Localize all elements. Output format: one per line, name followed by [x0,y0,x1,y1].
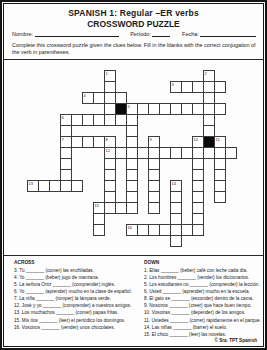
crossword-grid: 12345678910111213141516 [27,70,239,248]
grid-cell[interactable] [214,103,226,115]
cell-number: 5 [128,104,130,109]
across-clue: 4. Yo _______ (beber) jugo de manzana. [14,274,138,281]
down-clue-list: 1. Ellas _______ (beber) café con leche … [144,267,264,337]
down-clue: 10. Vosotras _______ (depender) de los a… [144,309,264,316]
across-clue: 7. La niña _______ (romper) la lámpara v… [14,295,138,302]
across-clue-list: 3. Tú _______ (comer) las enchiladas.4. … [14,267,138,330]
grid-cell[interactable] [214,81,226,93]
cell-number: 4 [84,93,86,98]
cell-number: 12 [106,148,110,153]
grid-cell[interactable] [71,180,83,192]
cell-number: 6 [62,115,64,120]
grid-cell[interactable] [192,224,204,236]
across-clue: 3. Tú _______ (comer) las enchiladas. [14,267,138,274]
cell-number: 14 [172,181,176,186]
down-clue: 2. Los hombres _______ (vender) los dicc… [144,274,264,281]
cell-number: 10 [194,137,198,142]
cell-number: 2 [205,71,207,76]
down-clues-column: DOWN 1. Ellas _______ (beber) café con l… [144,259,264,338]
across-clue: 16. Vosotros _______ (vender) unos choco… [14,324,138,331]
across-header: ACROSS [14,259,138,266]
fecha-blank[interactable] [200,31,256,37]
header-divider [4,59,263,60]
across-clues-column: ACROSS 3. Tú _______ (comer) las enchila… [14,259,138,331]
down-clue: 5. Los estudiantes no _______ (comprende… [144,281,264,288]
periodo-blank[interactable] [152,31,170,37]
grid-cell[interactable] [225,147,237,159]
clues-divider [4,255,263,256]
down-clue: 6. Usted _______ (aprender) mucho en la … [144,288,264,295]
cell-number: 15 [95,203,99,208]
down-clue: 1. Ellas _______ (beber) café con leche … [144,267,264,274]
worksheet-title: SPANISH 1: Regular –ER verbs [4,8,263,18]
student-fields-row: Nombre: Período: Fecha: [12,31,258,37]
across-clue: 15. Mis tíos _______ (leer) el periódico… [14,317,138,324]
grid-cell[interactable] [93,224,105,236]
cell-number: 16 [128,225,132,230]
grid-cell[interactable] [170,235,182,247]
across-clue: 5. La señora Ortiz _______ (comprender) … [14,281,138,288]
cell-number: 9 [150,137,152,142]
cell-number: 1 [106,71,108,76]
nombre-blank[interactable] [35,31,119,37]
cell-number: 7 [62,137,64,142]
grid-cell[interactable] [214,191,226,203]
cell-number: 13 [29,181,33,186]
grid-cell[interactable] [126,202,138,214]
worksheet-subtitle: CROSSWORD PUZZLE [4,19,263,29]
copyright-credit: © Sra. TPT Spanish [215,338,257,343]
across-clue: 12. José y yo _______ (comprender) a nue… [14,302,138,309]
down-clue: 9. Nosotros _______ (creer) que hace bue… [144,302,264,309]
cell-number: 3 [172,82,174,87]
periodo-label: Período: [130,31,151,37]
down-clue: 14. Las niñas _______ (barrer) el suelo. [144,324,264,331]
page-inner-border: SPANISH 1: Regular –ER verbs CROSSWORD P… [3,3,264,347]
down-clue: 15. El chico _______ (leer) las novelas. [144,331,264,338]
instructions-text: Complete this crossword puzzle given the… [12,42,260,57]
cell-number: 11 [216,137,220,142]
down-header: DOWN [144,259,264,266]
across-clue: 13. Los muchachos _______ (comer) papas … [14,309,138,316]
across-clue: 6. Yo _______ (aprender) mucho en la cla… [14,288,138,295]
fecha-label: Fecha: [182,31,199,37]
down-clue: 8. El gato se _______ (esconder) dentro … [144,295,264,302]
worksheet-page: SPANISH 1: Regular –ER verbs CROSSWORD P… [0,0,267,350]
grid-cell[interactable] [148,202,160,214]
nombre-label: Nombre: [12,31,33,37]
down-clue: 11. Ustedes _______ (correr) rápidamente… [144,317,264,324]
cell-number: 8 [106,137,108,142]
